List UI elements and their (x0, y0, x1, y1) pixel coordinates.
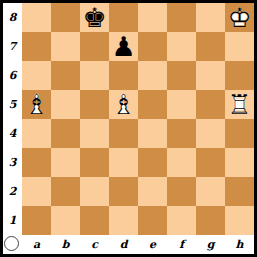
rank-label-1: 1 (3, 206, 22, 235)
square-g1[interactable] (196, 206, 225, 235)
square-e4[interactable] (138, 119, 167, 148)
square-g4[interactable] (196, 119, 225, 148)
square-d8[interactable] (109, 3, 138, 32)
file-labels: abcdefgh (22, 235, 254, 254)
square-a4[interactable] (22, 119, 51, 148)
file-label-d: d (109, 235, 138, 254)
square-d6[interactable] (109, 61, 138, 90)
file-label-c: c (80, 235, 109, 254)
square-g3[interactable] (196, 148, 225, 177)
file-label-f: f (167, 235, 196, 254)
square-d7[interactable]: ♟ (109, 32, 138, 61)
square-c4[interactable] (80, 119, 109, 148)
square-h2[interactable] (225, 177, 254, 206)
square-h3[interactable] (225, 148, 254, 177)
square-a8[interactable] (22, 3, 51, 32)
square-f1[interactable] (167, 206, 196, 235)
rank-label-7: 7 (3, 32, 22, 61)
square-a1[interactable] (22, 206, 51, 235)
square-f5[interactable] (167, 90, 196, 119)
square-f8[interactable] (167, 3, 196, 32)
square-d3[interactable] (109, 148, 138, 177)
white-bishop: ♝♗ (109, 90, 138, 119)
square-e2[interactable] (138, 177, 167, 206)
file-label-g: g (196, 235, 225, 254)
white-king: ♚♔ (225, 3, 254, 32)
square-g7[interactable] (196, 32, 225, 61)
file-label-b: b (51, 235, 80, 254)
square-h5[interactable]: ♜♖ (225, 90, 254, 119)
square-g6[interactable] (196, 61, 225, 90)
square-h4[interactable] (225, 119, 254, 148)
square-c3[interactable] (80, 148, 109, 177)
square-e3[interactable] (138, 148, 167, 177)
file-label-h: h (225, 235, 254, 254)
square-e1[interactable] (138, 206, 167, 235)
rank-label-2: 2 (3, 177, 22, 206)
white-rook: ♜♖ (225, 90, 254, 119)
square-c5[interactable] (80, 90, 109, 119)
square-a6[interactable] (22, 61, 51, 90)
square-h8[interactable]: ♚♔ (225, 3, 254, 32)
square-e5[interactable] (138, 90, 167, 119)
square-c6[interactable] (80, 61, 109, 90)
chess-board: ♚♚♔♟♝♗♝♗♜♖ (22, 3, 254, 235)
square-a5[interactable]: ♝♗ (22, 90, 51, 119)
square-f2[interactable] (167, 177, 196, 206)
square-b8[interactable] (51, 3, 80, 32)
chess-diagram: ♚♚♔♟♝♗♝♗♜♖ 87654321 abcdefgh (0, 0, 257, 257)
file-label-a: a (22, 235, 51, 254)
square-b6[interactable] (51, 61, 80, 90)
square-b7[interactable] (51, 32, 80, 61)
black-pawn: ♟ (109, 32, 138, 61)
white-to-move-icon (4, 236, 19, 251)
rank-labels: 87654321 (3, 3, 22, 235)
square-h6[interactable] (225, 61, 254, 90)
square-d5[interactable]: ♝♗ (109, 90, 138, 119)
square-c7[interactable] (80, 32, 109, 61)
square-a3[interactable] (22, 148, 51, 177)
square-a2[interactable] (22, 177, 51, 206)
rank-label-8: 8 (3, 3, 22, 32)
rank-label-5: 5 (3, 90, 22, 119)
square-d1[interactable] (109, 206, 138, 235)
square-h7[interactable] (225, 32, 254, 61)
square-e6[interactable] (138, 61, 167, 90)
square-f3[interactable] (167, 148, 196, 177)
square-f4[interactable] (167, 119, 196, 148)
square-b1[interactable] (51, 206, 80, 235)
rank-label-4: 4 (3, 119, 22, 148)
rank-label-3: 3 (3, 148, 22, 177)
square-h1[interactable] (225, 206, 254, 235)
file-label-e: e (138, 235, 167, 254)
square-e7[interactable] (138, 32, 167, 61)
square-b2[interactable] (51, 177, 80, 206)
square-f6[interactable] (167, 61, 196, 90)
square-e8[interactable] (138, 3, 167, 32)
square-d4[interactable] (109, 119, 138, 148)
square-g8[interactable] (196, 3, 225, 32)
square-g5[interactable] (196, 90, 225, 119)
square-b5[interactable] (51, 90, 80, 119)
square-a7[interactable] (22, 32, 51, 61)
square-c1[interactable] (80, 206, 109, 235)
square-b4[interactable] (51, 119, 80, 148)
square-d2[interactable] (109, 177, 138, 206)
black-king: ♚ (80, 3, 109, 32)
turn-indicator-corner (3, 235, 22, 254)
square-b3[interactable] (51, 148, 80, 177)
square-c2[interactable] (80, 177, 109, 206)
square-f7[interactable] (167, 32, 196, 61)
rank-label-6: 6 (3, 61, 22, 90)
square-c8[interactable]: ♚ (80, 3, 109, 32)
square-g2[interactable] (196, 177, 225, 206)
white-bishop: ♝♗ (22, 90, 51, 119)
